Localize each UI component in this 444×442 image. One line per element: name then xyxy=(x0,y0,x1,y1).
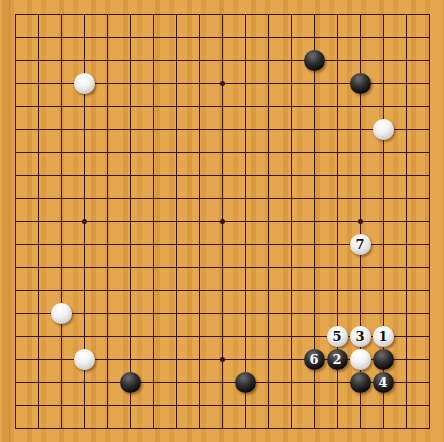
stone-white[interactable] xyxy=(350,349,371,370)
stone-black[interactable] xyxy=(304,50,325,71)
move-number: 1 xyxy=(378,329,387,343)
stone-white-move-3[interactable]: 3 xyxy=(350,326,371,347)
stone-black-move-4[interactable]: 4 xyxy=(373,372,394,393)
move-number: 6 xyxy=(309,352,318,366)
go-board[interactable]: 7531624 xyxy=(0,0,444,442)
stone-white-move-1[interactable]: 1 xyxy=(373,326,394,347)
stone-black[interactable] xyxy=(120,372,141,393)
stone-black-move-6[interactable]: 6 xyxy=(304,349,325,370)
move-number: 4 xyxy=(378,375,387,389)
move-number: 2 xyxy=(332,352,341,366)
stone-white[interactable] xyxy=(74,73,95,94)
stone-white-move-7[interactable]: 7 xyxy=(350,234,371,255)
move-number: 7 xyxy=(355,237,364,251)
stone-white[interactable] xyxy=(51,303,72,324)
move-number: 3 xyxy=(355,329,364,343)
stone-black[interactable] xyxy=(373,349,394,370)
go-board-grid[interactable]: 7531624 xyxy=(4,3,441,440)
stone-black[interactable] xyxy=(235,372,256,393)
stone-black[interactable] xyxy=(350,372,371,393)
stone-white[interactable] xyxy=(74,349,95,370)
stone-black[interactable] xyxy=(350,73,371,94)
stone-white[interactable] xyxy=(373,119,394,140)
move-number: 5 xyxy=(332,329,341,343)
stone-white-move-5[interactable]: 5 xyxy=(327,326,348,347)
stone-black-move-2[interactable]: 2 xyxy=(327,349,348,370)
